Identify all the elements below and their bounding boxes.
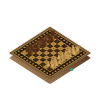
- white-rook[interactable]: ♜: [49, 61, 54, 70]
- chess-set-photo: ♜♞♝♛♚♝♞♜♟♟♟♟♟♟♟♟♟♟♟♟♟♟♟♟♜♞♝♛♚♝♞♜: [0, 0, 100, 100]
- chess-board: ♜♞♝♛♚♝♞♜♟♟♟♟♟♟♟♟♟♟♟♟♟♟♟♟♜♞♝♛♚♝♞♜: [9, 27, 91, 80]
- box-clasp-latch[interactable]: [70, 68, 73, 71]
- black-pawn[interactable]: ♟: [28, 50, 33, 57]
